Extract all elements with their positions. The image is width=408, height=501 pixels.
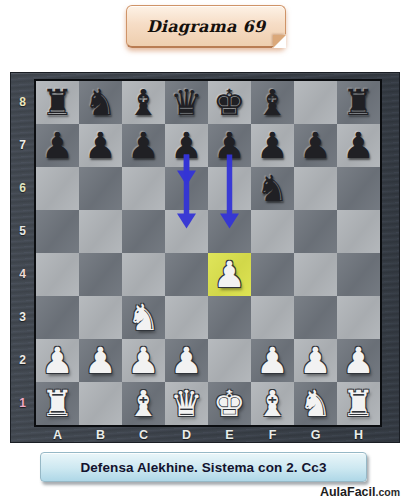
white-pawn: ♟	[256, 339, 288, 382]
black-knight: ♞	[84, 81, 116, 124]
square-f6: ♞	[251, 167, 294, 210]
file-label-a: A	[36, 427, 79, 444]
black-pawn: ♟	[213, 124, 245, 167]
white-knight: ♞	[127, 296, 159, 339]
square-h4	[337, 253, 380, 296]
square-d1: ♛	[165, 382, 208, 425]
black-pawn: ♟	[299, 124, 331, 167]
square-e8: ♚	[208, 81, 251, 124]
square-d4	[165, 253, 208, 296]
square-g4	[294, 253, 337, 296]
page: Diagrama 69 87654321 ♜♞♝♛♚♝♜♟♟♟♟♟♟♟♟♞♟♞♟…	[0, 0, 408, 501]
white-pawn: ♟	[342, 339, 374, 382]
square-g3	[294, 296, 337, 339]
rank-label-2: 2	[11, 339, 34, 382]
square-g7: ♟	[294, 124, 337, 167]
square-a2: ♟	[36, 339, 79, 382]
file-label-e: E	[208, 427, 251, 444]
square-g1: ♞	[294, 382, 337, 425]
file-label-f: F	[251, 427, 294, 444]
black-pawn: ♟	[256, 124, 288, 167]
square-h5	[337, 210, 380, 253]
square-f5	[251, 210, 294, 253]
square-b5	[79, 210, 122, 253]
square-c4	[122, 253, 165, 296]
rank-labels: 87654321	[11, 81, 34, 425]
rank-label-4: 4	[11, 253, 34, 296]
chessboard: 87654321 ♜♞♝♛♚♝♜♟♟♟♟♟♟♟♟♞♟♞♟♟♟♟♟♟♟♜♝♛♚♝♞…	[10, 72, 400, 443]
white-rook: ♜	[41, 382, 73, 425]
square-c6	[122, 167, 165, 210]
caption-box: Defensa Alekhine. Sistema con 2. Cc3	[40, 452, 367, 482]
square-b4	[79, 253, 122, 296]
rank-label-6: 6	[11, 167, 34, 210]
square-g8	[294, 81, 337, 124]
square-d3	[165, 296, 208, 339]
black-knight: ♞	[256, 167, 288, 210]
white-pawn: ♟	[299, 339, 331, 382]
square-a4	[36, 253, 79, 296]
white-pawn: ♟	[213, 253, 245, 296]
black-rook: ♜	[342, 81, 374, 124]
square-e7: ♟	[208, 124, 251, 167]
square-d6	[165, 167, 208, 210]
square-e4: ♟	[208, 253, 251, 296]
square-h2: ♟	[337, 339, 380, 382]
black-pawn: ♟	[342, 124, 374, 167]
black-pawn: ♟	[84, 124, 116, 167]
rank-label-5: 5	[11, 210, 34, 253]
square-b2: ♟	[79, 339, 122, 382]
white-rook: ♜	[342, 382, 374, 425]
square-f2: ♟	[251, 339, 294, 382]
black-pawn: ♟	[127, 124, 159, 167]
black-pawn: ♟	[170, 124, 202, 167]
file-label-d: D	[165, 427, 208, 444]
square-f8: ♝	[251, 81, 294, 124]
square-e1: ♚	[208, 382, 251, 425]
white-bishop: ♝	[256, 382, 288, 425]
rank-label-1: 1	[11, 382, 34, 425]
caption-text: Defensa Alekhine. Sistema con 2. Cc3	[80, 460, 326, 475]
square-f7: ♟	[251, 124, 294, 167]
black-pawn: ♟	[41, 124, 73, 167]
square-c2: ♟	[122, 339, 165, 382]
square-c7: ♟	[122, 124, 165, 167]
rank-label-7: 7	[11, 124, 34, 167]
square-a1: ♜	[36, 382, 79, 425]
square-f1: ♝	[251, 382, 294, 425]
square-d8: ♛	[165, 81, 208, 124]
square-g2: ♟	[294, 339, 337, 382]
square-b8: ♞	[79, 81, 122, 124]
brand-name: AulaFacil	[320, 485, 376, 499]
white-king: ♚	[213, 382, 245, 425]
white-pawn: ♟	[170, 339, 202, 382]
square-b7: ♟	[79, 124, 122, 167]
square-h7: ♟	[337, 124, 380, 167]
file-label-c: C	[122, 427, 165, 444]
rank-label-3: 3	[11, 296, 34, 339]
square-b1	[79, 382, 122, 425]
diagram-title: Diagrama 69	[147, 17, 266, 36]
square-a3	[36, 296, 79, 339]
square-e2	[208, 339, 251, 382]
board-grid: ♜♞♝♛♚♝♜♟♟♟♟♟♟♟♟♞♟♞♟♟♟♟♟♟♟♜♝♛♚♝♞♜	[36, 81, 380, 425]
square-b6	[79, 167, 122, 210]
square-d7: ♟	[165, 124, 208, 167]
file-label-h: H	[337, 427, 380, 444]
square-d2: ♟	[165, 339, 208, 382]
white-bishop: ♝	[127, 382, 159, 425]
white-pawn: ♟	[127, 339, 159, 382]
file-label-g: G	[294, 427, 337, 444]
square-a8: ♜	[36, 81, 79, 124]
square-h3	[337, 296, 380, 339]
square-h1: ♜	[337, 382, 380, 425]
board-squares: ♜♞♝♛♚♝♜♟♟♟♟♟♟♟♟♞♟♞♟♟♟♟♟♟♟♜♝♛♚♝♞♜	[34, 79, 382, 427]
square-h8: ♜	[337, 81, 380, 124]
black-bishop: ♝	[256, 81, 288, 124]
square-d5	[165, 210, 208, 253]
square-h6	[337, 167, 380, 210]
white-queen: ♛	[170, 382, 202, 425]
white-knight: ♞	[299, 382, 331, 425]
square-c8: ♝	[122, 81, 165, 124]
black-king: ♚	[213, 81, 245, 124]
square-e3	[208, 296, 251, 339]
brand-suffix: .com	[375, 486, 400, 498]
square-f4	[251, 253, 294, 296]
square-b3	[79, 296, 122, 339]
square-a6	[36, 167, 79, 210]
square-f3	[251, 296, 294, 339]
square-c3: ♞	[122, 296, 165, 339]
square-c1: ♝	[122, 382, 165, 425]
rank-label-8: 8	[11, 81, 34, 124]
white-pawn: ♟	[41, 339, 73, 382]
square-e5	[208, 210, 251, 253]
folded-corner-icon	[273, 35, 286, 48]
diagram-title-box: Diagrama 69	[126, 5, 286, 48]
square-g5	[294, 210, 337, 253]
square-a5	[36, 210, 79, 253]
black-rook: ♜	[41, 81, 73, 124]
square-g6	[294, 167, 337, 210]
square-c5	[122, 210, 165, 253]
brand-watermark: AulaFacil.com	[320, 482, 400, 500]
black-queen: ♛	[170, 81, 202, 124]
black-bishop: ♝	[127, 81, 159, 124]
square-a7: ♟	[36, 124, 79, 167]
square-e6	[208, 167, 251, 210]
file-label-b: B	[79, 427, 122, 444]
white-pawn: ♟	[84, 339, 116, 382]
file-labels: ABCDEFGH	[36, 427, 380, 444]
